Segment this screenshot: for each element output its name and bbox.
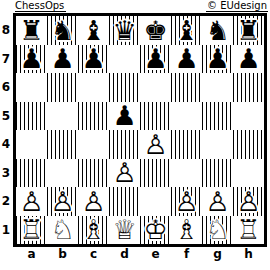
piece-black-pawn: ♟♟ [47,45,78,74]
piece-white-king: ♚♔ [140,216,171,245]
square-b2[interactable]: ♟♙ [47,187,78,216]
square-f5[interactable] [171,102,202,131]
piece-black-pawn: ♟♟ [140,45,171,74]
piece-black-rook: ♜♜ [16,16,47,45]
square-h4[interactable] [233,130,264,159]
square-g5[interactable] [202,102,233,131]
piece-black-knight: ♞♞ [47,16,78,45]
white-pawn-icon: ♙ [78,187,109,216]
black-pawn-icon: ♟ [109,102,140,131]
square-h5[interactable] [233,102,264,131]
piece-white-knight: ♞♘ [47,216,78,245]
black-queen-icon: ♛ [109,16,140,45]
white-pawn-icon: ♙ [202,187,233,216]
white-bishop-icon: ♗ [171,216,202,245]
white-king-icon: ♔ [140,216,171,245]
square-a5[interactable] [16,102,47,131]
square-f2[interactable]: ♟♙ [171,187,202,216]
white-pawn-icon: ♙ [16,187,47,216]
black-pawn-icon: ♟ [16,45,47,74]
file-label-h: h [233,247,264,261]
chess-diagram: ChessOps © EUdesign ♜♜♞♞♝♝♛♛♚♚♝♝♞♞♜♜♟♟♟♟… [0,0,270,270]
piece-white-pawn: ♟♙ [233,187,264,216]
square-g2[interactable]: ♟♙ [202,187,233,216]
piece-white-bishop: ♝♗ [78,216,109,245]
piece-white-pawn: ♟♙ [202,187,233,216]
square-a3[interactable] [16,159,47,188]
square-b7[interactable]: ♟♟ [47,45,78,74]
square-c3[interactable] [78,159,109,188]
square-f6[interactable] [171,73,202,102]
square-g6[interactable] [202,73,233,102]
rank-label-2: 2 [0,187,12,216]
square-e6[interactable] [140,73,171,102]
white-pawn-icon: ♙ [171,187,202,216]
piece-white-pawn: ♟♙ [171,187,202,216]
rank-label-3: 3 [0,159,12,188]
piece-black-queen: ♛♛ [109,16,140,45]
white-pawn-icon: ♙ [140,130,171,159]
square-h7[interactable]: ♟♟ [233,45,264,74]
piece-white-knight: ♞♘ [202,216,233,245]
square-a6[interactable] [16,73,47,102]
square-e3[interactable] [140,159,171,188]
piece-black-king: ♚♚ [140,16,171,45]
square-d4[interactable] [109,130,140,159]
square-h1[interactable]: ♜♖ [233,216,264,245]
chess-board: ♜♜♞♞♝♝♛♛♚♚♝♝♞♞♜♜♟♟♟♟♟♟♟♟♟♟♟♟♟♟♟♟♟♙♟♙♟♙♟♙… [13,13,267,247]
piece-black-knight: ♞♞ [202,16,233,45]
square-e2[interactable] [140,187,171,216]
black-pawn-icon: ♟ [47,45,78,74]
square-d3[interactable]: ♟♙ [109,159,140,188]
piece-black-pawn: ♟♟ [109,102,140,131]
piece-white-pawn: ♟♙ [109,159,140,188]
app-title: ChessOps [15,0,66,12]
square-b5[interactable] [47,102,78,131]
square-g4[interactable] [202,130,233,159]
rank-label-5: 5 [0,102,12,131]
square-h8[interactable]: ♜♜ [233,16,264,45]
square-b1[interactable]: ♞♘ [47,216,78,245]
piece-black-pawn: ♟♟ [78,45,109,74]
square-g7[interactable]: ♟♟ [202,45,233,74]
square-d1[interactable]: ♛♕ [109,216,140,245]
square-h3[interactable] [233,159,264,188]
square-d6[interactable] [109,73,140,102]
black-pawn-icon: ♟ [78,45,109,74]
square-g8[interactable]: ♞♞ [202,16,233,45]
rank-label-1: 1 [0,216,12,245]
piece-black-rook: ♜♜ [233,16,264,45]
square-e1[interactable]: ♚♔ [140,216,171,245]
black-bishop-icon: ♝ [78,16,109,45]
square-f7[interactable]: ♟♟ [171,45,202,74]
square-g1[interactable]: ♞♘ [202,216,233,245]
white-rook-icon: ♖ [233,216,264,245]
piece-black-bishop: ♝♝ [171,16,202,45]
square-f3[interactable] [171,159,202,188]
file-label-b: b [47,247,78,261]
square-b8[interactable]: ♞♞ [47,16,78,45]
white-pawn-icon: ♙ [233,187,264,216]
white-rook-icon: ♖ [16,216,47,245]
white-knight-icon: ♘ [202,216,233,245]
white-pawn-icon: ♙ [47,187,78,216]
piece-black-pawn: ♟♟ [233,45,264,74]
square-b6[interactable] [47,73,78,102]
piece-white-bishop: ♝♗ [171,216,202,245]
square-c4[interactable] [78,130,109,159]
square-e8[interactable]: ♚♚ [140,16,171,45]
file-label-c: c [78,247,109,261]
file-label-e: e [140,247,171,261]
piece-white-pawn: ♟♙ [140,130,171,159]
white-knight-icon: ♘ [47,216,78,245]
square-e7[interactable]: ♟♟ [140,45,171,74]
square-e4[interactable]: ♟♙ [140,130,171,159]
black-pawn-icon: ♟ [140,45,171,74]
rank-label-4: 4 [0,130,12,159]
square-a1[interactable]: ♜♖ [16,216,47,245]
square-a7[interactable]: ♟♟ [16,45,47,74]
square-h6[interactable] [233,73,264,102]
white-queen-icon: ♕ [109,216,140,245]
square-d8[interactable]: ♛♛ [109,16,140,45]
square-e5[interactable] [140,102,171,131]
square-a4[interactable] [16,130,47,159]
square-c8[interactable]: ♝♝ [78,16,109,45]
black-knight-icon: ♞ [47,16,78,45]
black-pawn-icon: ♟ [171,45,202,74]
square-c1[interactable]: ♝♗ [78,216,109,245]
black-bishop-icon: ♝ [171,16,202,45]
square-c5[interactable] [78,102,109,131]
piece-black-bishop: ♝♝ [78,16,109,45]
square-d2[interactable] [109,187,140,216]
copyright-label: © EUdesign [206,0,268,12]
piece-white-rook: ♜♖ [233,216,264,245]
square-a8[interactable]: ♜♜ [16,16,47,45]
piece-white-pawn: ♟♙ [78,187,109,216]
black-king-icon: ♚ [140,16,171,45]
square-h2[interactable]: ♟♙ [233,187,264,216]
black-rook-icon: ♜ [233,16,264,45]
rank-label-8: 8 [0,16,12,45]
black-rook-icon: ♜ [16,16,47,45]
square-d5[interactable]: ♟♟ [109,102,140,131]
square-a2[interactable]: ♟♙ [16,187,47,216]
black-pawn-icon: ♟ [233,45,264,74]
black-knight-icon: ♞ [202,16,233,45]
file-label-g: g [202,247,233,261]
square-c6[interactable] [78,73,109,102]
file-label-d: d [109,247,140,261]
rank-label-6: 6 [0,73,12,102]
square-g3[interactable] [202,159,233,188]
piece-black-pawn: ♟♟ [171,45,202,74]
white-pawn-icon: ♙ [109,159,140,188]
piece-white-queen: ♛♕ [109,216,140,245]
file-label-f: f [171,247,202,261]
piece-white-pawn: ♟♙ [16,187,47,216]
file-label-a: a [16,247,47,261]
white-bishop-icon: ♗ [78,216,109,245]
square-b3[interactable] [47,159,78,188]
black-pawn-icon: ♟ [202,45,233,74]
square-c2[interactable]: ♟♙ [78,187,109,216]
piece-black-pawn: ♟♟ [202,45,233,74]
piece-white-rook: ♜♖ [16,216,47,245]
rank-label-7: 7 [0,45,12,74]
square-c7[interactable]: ♟♟ [78,45,109,74]
square-b4[interactable] [47,130,78,159]
square-f1[interactable]: ♝♗ [171,216,202,245]
piece-black-pawn: ♟♟ [16,45,47,74]
square-f4[interactable] [171,130,202,159]
piece-white-pawn: ♟♙ [47,187,78,216]
square-f8[interactable]: ♝♝ [171,16,202,45]
square-d7[interactable] [109,45,140,74]
